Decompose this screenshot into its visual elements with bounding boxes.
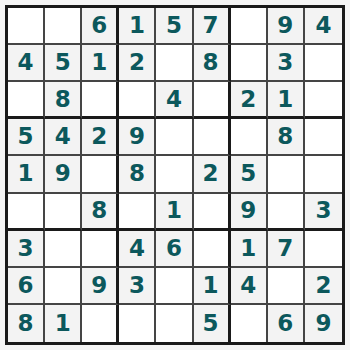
sudoku-board: 6157944512838421542981982581933461769314… — [5, 5, 345, 345]
cell-r5c8[interactable] — [268, 156, 305, 193]
cell-r3c5[interactable]: 4 — [156, 82, 193, 119]
cell-r6c3[interactable]: 8 — [82, 194, 119, 231]
cell-r1c9[interactable]: 4 — [305, 8, 342, 45]
cell-r3c2[interactable]: 8 — [45, 82, 82, 119]
cell-r2c1[interactable]: 4 — [8, 45, 45, 82]
cell-r4c6[interactable] — [194, 119, 231, 156]
cell-r9c7[interactable] — [231, 305, 268, 342]
cell-r7c8[interactable]: 7 — [268, 231, 305, 268]
cell-r9c4[interactable] — [119, 305, 156, 342]
cell-r5c1[interactable]: 1 — [8, 156, 45, 193]
cell-r3c7[interactable]: 2 — [231, 82, 268, 119]
cell-r4c8[interactable]: 8 — [268, 119, 305, 156]
cell-r9c9[interactable]: 9 — [305, 305, 342, 342]
cell-r1c6[interactable]: 7 — [194, 8, 231, 45]
cell-r7c9[interactable] — [305, 231, 342, 268]
cell-r7c3[interactable] — [82, 231, 119, 268]
cell-r5c3[interactable] — [82, 156, 119, 193]
cell-r9c2[interactable]: 1 — [45, 305, 82, 342]
cell-r9c5[interactable] — [156, 305, 193, 342]
cell-r4c1[interactable]: 5 — [8, 119, 45, 156]
cell-r7c7[interactable]: 1 — [231, 231, 268, 268]
cell-r9c6[interactable]: 5 — [194, 305, 231, 342]
cell-r5c6[interactable]: 2 — [194, 156, 231, 193]
cell-r1c7[interactable] — [231, 8, 268, 45]
cell-r8c6[interactable]: 1 — [194, 268, 231, 305]
cell-r2c5[interactable] — [156, 45, 193, 82]
cell-r6c8[interactable] — [268, 194, 305, 231]
cell-r8c8[interactable] — [268, 268, 305, 305]
cell-r6c4[interactable] — [119, 194, 156, 231]
cell-r9c8[interactable]: 6 — [268, 305, 305, 342]
cell-r4c3[interactable]: 2 — [82, 119, 119, 156]
cell-r4c5[interactable] — [156, 119, 193, 156]
cell-r2c4[interactable]: 2 — [119, 45, 156, 82]
cell-r2c3[interactable]: 1 — [82, 45, 119, 82]
cell-r3c4[interactable] — [119, 82, 156, 119]
cell-r6c5[interactable]: 1 — [156, 194, 193, 231]
cell-r8c2[interactable] — [45, 268, 82, 305]
cell-r7c4[interactable]: 4 — [119, 231, 156, 268]
cell-r1c2[interactable] — [45, 8, 82, 45]
cell-r5c2[interactable]: 9 — [45, 156, 82, 193]
cell-r7c2[interactable] — [45, 231, 82, 268]
cell-r1c1[interactable] — [8, 8, 45, 45]
cell-r1c5[interactable]: 5 — [156, 8, 193, 45]
cell-r3c1[interactable] — [8, 82, 45, 119]
cell-r1c4[interactable]: 1 — [119, 8, 156, 45]
cell-r8c9[interactable]: 2 — [305, 268, 342, 305]
cell-r3c6[interactable] — [194, 82, 231, 119]
cell-r5c4[interactable]: 8 — [119, 156, 156, 193]
cell-r7c5[interactable]: 6 — [156, 231, 193, 268]
cell-r3c3[interactable] — [82, 82, 119, 119]
cell-r4c2[interactable]: 4 — [45, 119, 82, 156]
cell-r3c9[interactable] — [305, 82, 342, 119]
cell-r6c1[interactable] — [8, 194, 45, 231]
cell-r5c7[interactable]: 5 — [231, 156, 268, 193]
cell-r8c4[interactable]: 3 — [119, 268, 156, 305]
cell-r8c7[interactable]: 4 — [231, 268, 268, 305]
cell-r9c1[interactable]: 8 — [8, 305, 45, 342]
cell-r1c8[interactable]: 9 — [268, 8, 305, 45]
cell-r8c3[interactable]: 9 — [82, 268, 119, 305]
cell-r6c7[interactable]: 9 — [231, 194, 268, 231]
cell-r2c8[interactable]: 3 — [268, 45, 305, 82]
cell-r5c5[interactable] — [156, 156, 193, 193]
cell-r6c9[interactable]: 3 — [305, 194, 342, 231]
cell-r7c1[interactable]: 3 — [8, 231, 45, 268]
cell-r9c3[interactable] — [82, 305, 119, 342]
cell-r8c5[interactable] — [156, 268, 193, 305]
cell-r2c6[interactable]: 8 — [194, 45, 231, 82]
cell-r5c9[interactable] — [305, 156, 342, 193]
cell-r4c9[interactable] — [305, 119, 342, 156]
cell-r2c7[interactable] — [231, 45, 268, 82]
cell-r2c9[interactable] — [305, 45, 342, 82]
cell-r8c1[interactable]: 6 — [8, 268, 45, 305]
cell-r6c2[interactable] — [45, 194, 82, 231]
cell-r2c2[interactable]: 5 — [45, 45, 82, 82]
cell-r6c6[interactable] — [194, 194, 231, 231]
cell-r7c6[interactable] — [194, 231, 231, 268]
cell-r4c7[interactable] — [231, 119, 268, 156]
sudoku-page: 6157944512838421542981982581933461769314… — [0, 0, 350, 350]
cell-r4c4[interactable]: 9 — [119, 119, 156, 156]
cell-r3c8[interactable]: 1 — [268, 82, 305, 119]
cell-r1c3[interactable]: 6 — [82, 8, 119, 45]
